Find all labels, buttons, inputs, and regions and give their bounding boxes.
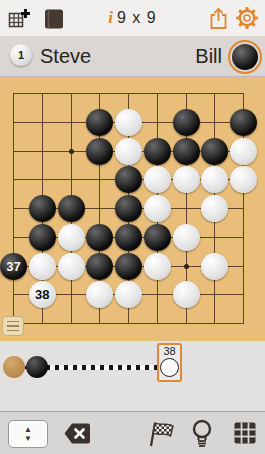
share-icon[interactable] — [208, 7, 229, 30]
bulb-icon[interactable] — [190, 419, 214, 452]
current-move-stone — [160, 358, 179, 377]
move-stepper[interactable]: ▲ ▼ — [8, 420, 48, 448]
gear-icon[interactable] — [235, 6, 259, 30]
white-stone — [230, 138, 257, 165]
step-forward-icon[interactable]: ▲ — [24, 426, 32, 434]
player-right: Bill — [195, 36, 262, 77]
black-stone — [173, 109, 200, 136]
black-stone-move-37: 37 — [0, 253, 27, 280]
white-stone — [173, 166, 200, 193]
board-grid[interactable]: 3738 — [13, 93, 244, 324]
black-stone — [86, 109, 113, 136]
delete-move-icon[interactable] — [63, 422, 91, 449]
black-stone — [29, 224, 56, 251]
black-stone — [144, 224, 171, 251]
white-stone — [144, 195, 171, 222]
white-stone — [144, 253, 171, 280]
grid-icon[interactable] — [233, 421, 257, 449]
book-icon[interactable] — [44, 9, 64, 29]
players-bar: 1 Steve Bill — [0, 36, 265, 77]
black-stone — [115, 166, 142, 193]
go-board[interactable]: 3738 — [0, 77, 265, 341]
white-stone — [115, 281, 142, 308]
white-stone — [173, 224, 200, 251]
white-stone — [201, 166, 228, 193]
black-stone — [86, 253, 113, 280]
white-stone — [144, 166, 171, 193]
turn-indicator-ring — [228, 40, 262, 74]
capture-count-badge: 1 — [10, 44, 32, 66]
drawer-handle-icon[interactable] — [2, 316, 24, 336]
black-stone — [201, 138, 228, 165]
info-icon[interactable]: i — [108, 8, 113, 28]
black-stone — [144, 138, 171, 165]
new-board-icon[interactable] — [8, 8, 31, 29]
black-stone — [86, 224, 113, 251]
step-back-icon[interactable]: ▼ — [24, 435, 32, 443]
black-stone — [58, 195, 85, 222]
player-name-black: Bill — [195, 45, 222, 68]
black-stone — [115, 195, 142, 222]
white-stone — [115, 109, 142, 136]
black-stone — [86, 138, 113, 165]
player-name-white: Steve — [40, 36, 91, 77]
top-bar: i 9 x 9 — [0, 0, 265, 36]
slider-current-move-marker[interactable]: 38 — [157, 343, 182, 382]
current-move-number: 38 — [163, 345, 175, 358]
star-point — [184, 264, 189, 269]
black-stone — [115, 253, 142, 280]
white-stone — [58, 224, 85, 251]
black-stone — [115, 224, 142, 251]
black-stone — [29, 195, 56, 222]
white-stone — [86, 281, 113, 308]
white-stone — [230, 166, 257, 193]
flag-icon[interactable] — [144, 419, 175, 452]
white-stone — [58, 253, 85, 280]
slider-first-move-stone[interactable] — [26, 356, 48, 378]
bottom-toolbar: ▲ ▼ — [0, 411, 265, 454]
board-size-title: 9 x 9 — [117, 9, 157, 27]
black-stone-avatar — [232, 44, 258, 70]
black-stone — [230, 109, 257, 136]
slider-dotted-track[interactable] — [46, 365, 162, 370]
white-stone — [173, 281, 200, 308]
white-stone — [29, 253, 56, 280]
white-stone — [115, 138, 142, 165]
star-point — [69, 149, 74, 154]
black-stone — [173, 138, 200, 165]
white-stone — [201, 195, 228, 222]
move-slider: 38 — [0, 341, 265, 411]
white-stone — [201, 253, 228, 280]
white-stone-move-38: 38 — [29, 281, 56, 308]
slider-start-handle[interactable] — [3, 356, 25, 378]
